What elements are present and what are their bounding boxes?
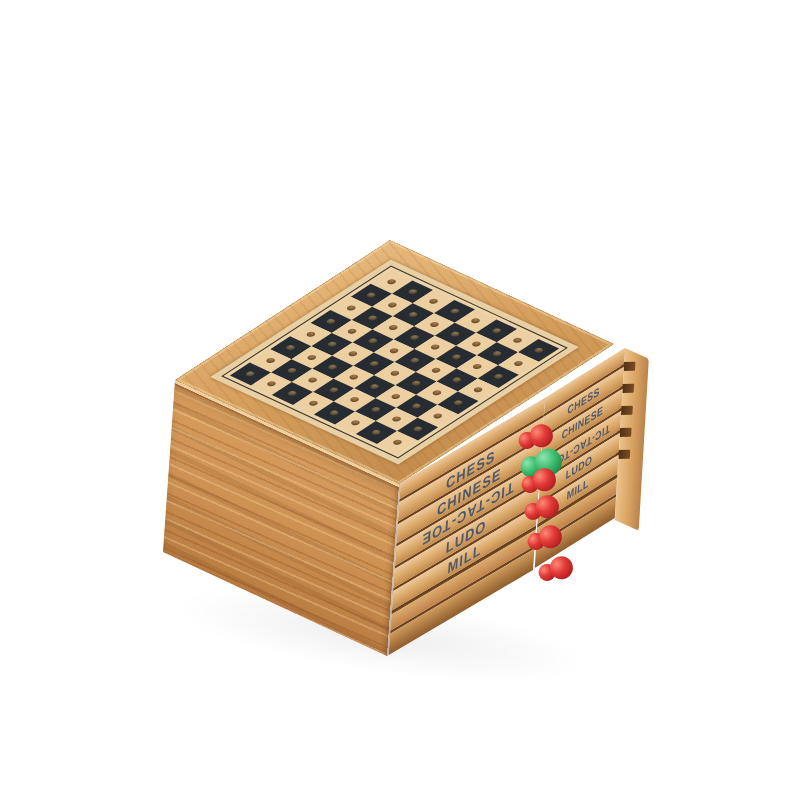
peg-hole [452,399,464,406]
peg-hole [386,279,398,286]
peg-hole [368,360,380,367]
peg-hole [533,347,545,354]
peg-hole [348,373,360,380]
peg-hole [286,390,298,397]
peg-hole [370,406,382,413]
peg-hole [388,347,400,354]
peg-hole [306,354,318,361]
peg-hole [428,321,440,328]
peg-hole [411,403,423,410]
peg-hole [428,298,440,305]
peg-hole [451,376,463,383]
peg-hole [472,386,484,393]
peg-hole [491,350,503,357]
peg-hole [244,370,256,377]
peg-hole [391,439,403,446]
peg-hole [349,396,361,403]
peg-hole [286,367,298,374]
peg-hole [387,324,399,331]
peg-hole [491,327,503,334]
peg-hole [386,301,398,308]
peg-hole [410,380,422,387]
peg-hole [369,383,381,390]
peg-hole [326,341,338,348]
peg-hole [409,357,421,364]
peg-hole [370,429,382,436]
peg-hole [328,387,340,394]
peg-hole [432,412,444,419]
peg-hole [407,311,419,318]
peg-hole [265,380,277,387]
peg-hole [307,377,319,384]
peg-hole [512,337,524,344]
peg-hole [492,373,504,380]
peg-hole [367,337,379,344]
peg-hole [347,351,359,358]
peg-hole [305,331,317,338]
peg-hole [389,370,401,377]
peg-hole [390,393,402,400]
peg-hole [349,419,361,426]
peg-hole [328,409,340,416]
peg-hole [345,305,357,312]
peg-hole [265,357,277,364]
peg-hole [470,340,482,347]
peg-hole [412,426,424,433]
peg-hole [449,331,461,338]
peg-hole [431,390,443,397]
product-photo-canvas: CHESS CHINESE TIC-TAC-TOE LUDO MILL CHES… [0,0,800,800]
peg-hole [429,344,441,351]
peg-hole [346,328,358,335]
peg-hole [327,364,339,371]
peg-hole [407,288,419,295]
peg-hole [285,344,297,351]
peg-hole [430,367,442,374]
peg-hole [365,292,377,299]
peg-hole [307,400,319,407]
peg-hole [449,308,461,315]
peg-hole [512,360,524,367]
peg-hole [366,315,378,322]
peg-hole [450,354,462,361]
peg-hole [408,334,420,341]
peg-hole [471,363,483,370]
peg-hole [325,318,337,325]
peg-hole [391,416,403,423]
peg-hole [470,318,482,325]
